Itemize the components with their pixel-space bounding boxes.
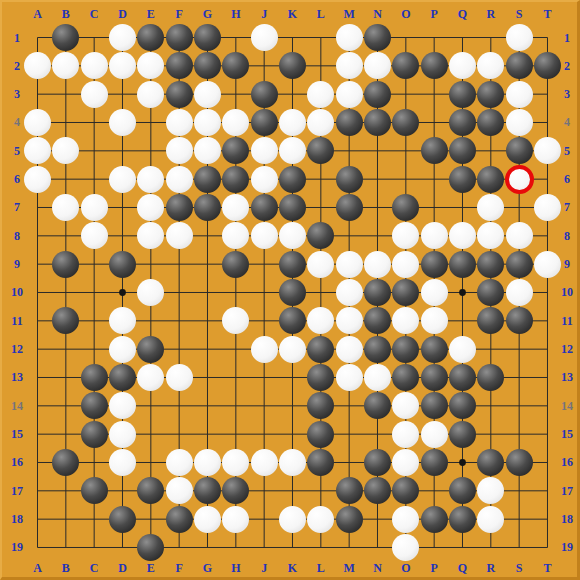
coord-label-bottom-F: F	[164, 561, 194, 575]
stone-white-J16[interactable]	[251, 449, 278, 476]
stone-black-P2[interactable]	[421, 52, 448, 79]
coord-label-top-Q: Q	[447, 7, 477, 21]
coord-label-bottom-B: B	[51, 561, 81, 575]
stone-white-O18[interactable]	[392, 506, 419, 533]
coord-label-right-15: 15	[552, 427, 580, 441]
coord-label-right-11: 11	[552, 314, 580, 328]
stone-black-F7[interactable]	[166, 194, 193, 221]
coord-label-right-18: 18	[552, 512, 580, 526]
stone-white-P10[interactable]	[421, 279, 448, 306]
stone-black-Q6[interactable]	[449, 166, 476, 193]
coord-label-right-3: 3	[552, 87, 580, 101]
stone-white-P15[interactable]	[421, 421, 448, 448]
coord-label-bottom-J: J	[249, 561, 279, 575]
stone-white-G4[interactable]	[194, 109, 221, 136]
stone-white-P11[interactable]	[421, 307, 448, 334]
stone-black-K6[interactable]	[279, 166, 306, 193]
coord-label-bottom-T: T	[532, 561, 562, 575]
coord-label-left-16: 16	[2, 455, 32, 469]
stone-white-M9[interactable]	[336, 251, 363, 278]
stone-white-S3[interactable]	[506, 81, 533, 108]
stone-white-T7[interactable]	[534, 194, 561, 221]
coord-label-bottom-R: R	[476, 561, 506, 575]
coord-label-bottom-P: P	[419, 561, 449, 575]
stone-black-S5[interactable]	[506, 137, 533, 164]
stone-white-Q12[interactable]	[449, 336, 476, 363]
stone-white-J12[interactable]	[251, 336, 278, 363]
stone-black-P9[interactable]	[421, 251, 448, 278]
coord-label-left-18: 18	[2, 512, 32, 526]
stone-white-S4[interactable]	[506, 109, 533, 136]
coord-label-right-14: 14	[552, 399, 580, 413]
coord-label-bottom-A: A	[23, 561, 53, 575]
stone-white-O15[interactable]	[392, 421, 419, 448]
coord-label-right-16: 16	[552, 455, 580, 469]
stone-black-R6[interactable]	[477, 166, 504, 193]
stone-white-E6[interactable]	[137, 166, 164, 193]
stone-white-C7[interactable]	[81, 194, 108, 221]
stone-black-J3[interactable]	[251, 81, 278, 108]
stone-black-N1[interactable]	[364, 24, 391, 51]
stone-black-M17[interactable]	[336, 477, 363, 504]
coord-label-top-F: F	[164, 7, 194, 21]
stone-white-K4[interactable]	[279, 109, 306, 136]
stone-black-S16[interactable]	[506, 449, 533, 476]
stone-black-P14[interactable]	[421, 392, 448, 419]
stone-black-P13[interactable]	[421, 364, 448, 391]
stone-white-F5[interactable]	[166, 137, 193, 164]
stone-black-H9[interactable]	[222, 251, 249, 278]
stone-white-L18[interactable]	[307, 506, 334, 533]
coord-label-bottom-M: M	[334, 561, 364, 575]
coord-label-top-S: S	[504, 7, 534, 21]
coord-label-left-14: 14	[2, 399, 32, 413]
stone-white-D12[interactable]	[109, 336, 136, 363]
coord-label-bottom-O: O	[391, 561, 421, 575]
stone-white-D16[interactable]	[109, 449, 136, 476]
stone-black-K7[interactable]	[279, 194, 306, 221]
stone-white-A4[interactable]	[24, 109, 51, 136]
stone-black-P12[interactable]	[421, 336, 448, 363]
coord-label-bottom-K: K	[277, 561, 307, 575]
stone-white-M12[interactable]	[336, 336, 363, 363]
stone-black-F3[interactable]	[166, 81, 193, 108]
stone-black-S9[interactable]	[506, 251, 533, 278]
stone-white-M1[interactable]	[336, 24, 363, 51]
stone-black-F1[interactable]	[166, 24, 193, 51]
stone-white-L9[interactable]	[307, 251, 334, 278]
coord-label-top-T: T	[532, 7, 562, 21]
coord-label-right-13: 13	[552, 370, 580, 384]
coord-label-top-G: G	[192, 7, 222, 21]
stone-black-O12[interactable]	[392, 336, 419, 363]
stone-white-M13[interactable]	[336, 364, 363, 391]
stone-white-N9[interactable]	[364, 251, 391, 278]
coord-label-left-11: 11	[2, 314, 32, 328]
coord-label-left-15: 15	[2, 427, 32, 441]
stone-black-K10[interactable]	[279, 279, 306, 306]
stone-black-P16[interactable]	[421, 449, 448, 476]
coord-label-bottom-L: L	[306, 561, 336, 575]
stone-black-B9[interactable]	[52, 251, 79, 278]
coord-label-top-R: R	[476, 7, 506, 21]
stone-white-L3[interactable]	[307, 81, 334, 108]
stone-white-T9[interactable]	[534, 251, 561, 278]
stone-white-O9[interactable]	[392, 251, 419, 278]
coord-label-right-19: 19	[552, 540, 580, 554]
stone-white-J5[interactable]	[251, 137, 278, 164]
stone-white-S1[interactable]	[506, 24, 533, 51]
stone-black-Q9[interactable]	[449, 251, 476, 278]
stone-white-F16[interactable]	[166, 449, 193, 476]
stone-black-Q3[interactable]	[449, 81, 476, 108]
stone-black-M7[interactable]	[336, 194, 363, 221]
stone-black-P18[interactable]	[421, 506, 448, 533]
coord-label-left-9: 9	[2, 257, 32, 271]
coord-label-left-1: 1	[2, 31, 32, 45]
stone-white-J8[interactable]	[251, 222, 278, 249]
coord-label-top-H: H	[221, 7, 251, 21]
star-point-Q16	[459, 459, 466, 466]
stone-black-N4[interactable]	[364, 109, 391, 136]
stone-white-K16[interactable]	[279, 449, 306, 476]
stone-white-S10[interactable]	[506, 279, 533, 306]
stone-black-R9[interactable]	[477, 251, 504, 278]
stone-white-G3[interactable]	[194, 81, 221, 108]
coord-label-top-J: J	[249, 7, 279, 21]
stone-white-K12[interactable]	[279, 336, 306, 363]
stone-black-E12[interactable]	[137, 336, 164, 363]
coord-label-top-C: C	[79, 7, 109, 21]
stone-white-J6[interactable]	[251, 166, 278, 193]
stone-white-F8[interactable]	[166, 222, 193, 249]
stone-black-G7[interactable]	[194, 194, 221, 221]
coord-label-top-A: A	[23, 7, 53, 21]
stone-white-M10[interactable]	[336, 279, 363, 306]
coord-label-right-12: 12	[552, 342, 580, 356]
coord-label-top-K: K	[277, 7, 307, 21]
coord-label-right-1: 1	[552, 31, 580, 45]
coord-label-left-17: 17	[2, 484, 32, 498]
stone-black-J7[interactable]	[251, 194, 278, 221]
stone-black-L12[interactable]	[307, 336, 334, 363]
stone-white-A6[interactable]	[24, 166, 51, 193]
coord-label-right-17: 17	[552, 484, 580, 498]
stone-black-C14[interactable]	[81, 392, 108, 419]
stone-black-P5[interactable]	[421, 137, 448, 164]
coord-label-top-D: D	[107, 7, 137, 21]
stone-white-G16[interactable]	[194, 449, 221, 476]
coord-label-top-E: E	[136, 7, 166, 21]
stone-black-R3[interactable]	[477, 81, 504, 108]
coord-label-left-7: 7	[2, 200, 32, 214]
stone-white-D6[interactable]	[109, 166, 136, 193]
stone-black-Q18[interactable]	[449, 506, 476, 533]
stone-white-F17[interactable]	[166, 477, 193, 504]
stone-white-H18[interactable]	[222, 506, 249, 533]
stone-white-D15[interactable]	[109, 421, 136, 448]
stone-white-D1[interactable]	[109, 24, 136, 51]
stone-black-H6[interactable]	[222, 166, 249, 193]
stone-white-C3[interactable]	[81, 81, 108, 108]
stone-white-P8[interactable]	[421, 222, 448, 249]
stone-black-Q13[interactable]	[449, 364, 476, 391]
stone-black-L15[interactable]	[307, 421, 334, 448]
stone-black-N12[interactable]	[364, 336, 391, 363]
stone-black-K9[interactable]	[279, 251, 306, 278]
coord-label-bottom-D: D	[107, 561, 137, 575]
coord-label-left-19: 19	[2, 540, 32, 554]
coord-label-right-4: 4	[552, 115, 580, 129]
stone-black-G1[interactable]	[194, 24, 221, 51]
stone-white-C2[interactable]	[81, 52, 108, 79]
stone-black-M4[interactable]	[336, 109, 363, 136]
stone-black-S2[interactable]	[506, 52, 533, 79]
stone-white-D4[interactable]	[109, 109, 136, 136]
coord-label-top-N: N	[362, 7, 392, 21]
coord-label-bottom-G: G	[192, 561, 222, 575]
coord-label-bottom-H: H	[221, 561, 251, 575]
stone-black-F18[interactable]	[166, 506, 193, 533]
coord-label-left-8: 8	[2, 229, 32, 243]
stone-black-G6[interactable]	[194, 166, 221, 193]
stone-black-D13[interactable]	[109, 364, 136, 391]
stone-black-M18[interactable]	[336, 506, 363, 533]
stone-white-C8[interactable]	[81, 222, 108, 249]
stone-black-N16[interactable]	[364, 449, 391, 476]
coord-label-top-O: O	[391, 7, 421, 21]
stone-black-F2[interactable]	[166, 52, 193, 79]
last-move-marker	[505, 165, 534, 194]
coord-label-left-10: 10	[2, 285, 32, 299]
coord-label-bottom-Q: Q	[447, 561, 477, 575]
stone-white-M2[interactable]	[336, 52, 363, 79]
stone-white-G18[interactable]	[194, 506, 221, 533]
coord-label-right-6: 6	[552, 172, 580, 186]
coord-label-left-3: 3	[2, 87, 32, 101]
coord-label-bottom-S: S	[504, 561, 534, 575]
stone-white-F13[interactable]	[166, 364, 193, 391]
coord-label-left-13: 13	[2, 370, 32, 384]
stone-white-F6[interactable]	[166, 166, 193, 193]
coord-label-right-8: 8	[552, 229, 580, 243]
star-point-Q10	[459, 289, 466, 296]
stone-white-K18[interactable]	[279, 506, 306, 533]
coord-label-top-M: M	[334, 7, 364, 21]
stone-black-S11[interactable]	[506, 307, 533, 334]
stone-black-N10[interactable]	[364, 279, 391, 306]
coord-label-top-L: L	[306, 7, 336, 21]
coord-label-bottom-N: N	[362, 561, 392, 575]
go-board: AABBCCDDEEFFGGHHJJKKLLMMNNOOPPQQRRSSTT11…	[0, 0, 580, 580]
stone-white-F4[interactable]	[166, 109, 193, 136]
stone-white-J1[interactable]	[251, 24, 278, 51]
stone-black-C15[interactable]	[81, 421, 108, 448]
stone-black-C17[interactable]	[81, 477, 108, 504]
stone-black-D9[interactable]	[109, 251, 136, 278]
coord-label-bottom-C: C	[79, 561, 109, 575]
coord-label-top-P: P	[419, 7, 449, 21]
coord-label-left-12: 12	[2, 342, 32, 356]
stone-black-M6[interactable]	[336, 166, 363, 193]
stone-white-S8[interactable]	[506, 222, 533, 249]
stone-black-J4[interactable]	[251, 109, 278, 136]
stone-black-N3[interactable]	[364, 81, 391, 108]
stone-black-D18[interactable]	[109, 506, 136, 533]
star-point-D10	[119, 289, 126, 296]
stone-white-M11[interactable]	[336, 307, 363, 334]
stone-white-N13[interactable]	[364, 364, 391, 391]
stone-white-R18[interactable]	[477, 506, 504, 533]
stone-black-Q15[interactable]	[449, 421, 476, 448]
coord-label-bottom-E: E	[136, 561, 166, 575]
stone-white-M3[interactable]	[336, 81, 363, 108]
stone-white-E3[interactable]	[137, 81, 164, 108]
stone-black-C13[interactable]	[81, 364, 108, 391]
coord-label-top-B: B	[51, 7, 81, 21]
stone-black-Q4[interactable]	[449, 109, 476, 136]
coord-label-right-10: 10	[552, 285, 580, 299]
